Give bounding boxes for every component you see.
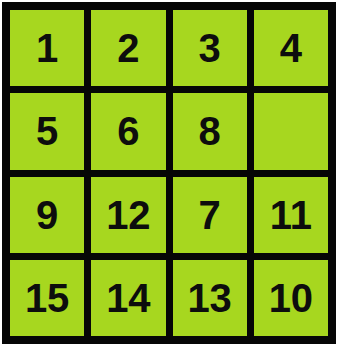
tile-5[interactable]: 5 [10,93,84,169]
tile-4[interactable]: 4 [254,10,328,86]
tile-11[interactable]: 11 [254,177,328,253]
tile-9[interactable]: 9 [10,177,84,253]
puzzle-board: 123456891271115141310 [2,2,336,344]
tile-6[interactable]: 6 [91,93,165,169]
tile-7[interactable]: 7 [173,177,247,253]
tile-12[interactable]: 12 [91,177,165,253]
empty-cell [254,93,328,169]
tile-15[interactable]: 15 [10,260,84,336]
tile-13[interactable]: 13 [173,260,247,336]
tile-2[interactable]: 2 [91,10,165,86]
tile-3[interactable]: 3 [173,10,247,86]
tile-8[interactable]: 8 [173,93,247,169]
tile-10[interactable]: 10 [254,260,328,336]
tile-14[interactable]: 14 [91,260,165,336]
tile-1[interactable]: 1 [10,10,84,86]
